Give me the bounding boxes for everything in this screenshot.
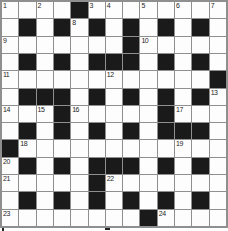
cell-r8c7[interactable] (106, 123, 122, 139)
cell-r11c11[interactable] (175, 175, 191, 191)
cell-r13c7[interactable] (106, 210, 122, 226)
clue-number-15: 15 (38, 106, 45, 114)
cell-r1c6[interactable]: 3 (89, 2, 105, 18)
cell-r12c1[interactable] (2, 192, 18, 208)
cell-r5c13-black (210, 71, 226, 87)
clue-number-13: 13 (211, 89, 218, 97)
cell-r8c9[interactable] (140, 123, 156, 139)
clue-number-12: 12 (107, 71, 114, 79)
cell-r2c6-black (89, 19, 105, 35)
cell-r10c4-black (54, 158, 70, 174)
cell-r4c3[interactable] (37, 54, 53, 70)
cell-r6c10-black (158, 89, 174, 105)
cell-r3c10[interactable] (158, 37, 174, 53)
cell-r6c1[interactable] (2, 89, 18, 105)
cell-r6c2-black (19, 89, 35, 105)
cell-r5c5[interactable] (71, 71, 87, 87)
cell-r11c6-black (89, 175, 105, 191)
cell-r2c9[interactable] (140, 19, 156, 35)
clue-number-2: 2 (38, 2, 41, 10)
cell-r5c1[interactable]: 11 (2, 71, 18, 87)
cell-r12c8-black (123, 192, 139, 208)
cell-r3c1[interactable]: 9 (2, 37, 18, 53)
cell-r4c1[interactable] (2, 54, 18, 70)
cell-r6c12-black (192, 89, 208, 105)
cell-r1c3[interactable]: 2 (37, 2, 53, 18)
cell-r9c6[interactable] (89, 140, 105, 156)
cell-r7c1[interactable]: 14 (2, 106, 18, 122)
cell-r10c8-black (123, 158, 139, 174)
clue-number-18: 18 (20, 140, 27, 148)
cell-r13c10[interactable]: 24 (158, 210, 174, 226)
cell-r1c2[interactable] (19, 2, 35, 18)
cell-r7c10-black (158, 106, 174, 122)
cell-r1c10[interactable] (158, 2, 174, 18)
cell-r12c4-black (54, 192, 70, 208)
cell-r4c5[interactable] (71, 54, 87, 70)
cell-r13c8[interactable] (123, 210, 139, 226)
cell-r7c3[interactable]: 15 (37, 106, 53, 122)
cell-r1c13[interactable]: 7 (210, 2, 226, 18)
cell-r9c2[interactable]: 18 (19, 140, 35, 156)
clue-number-16: 16 (72, 106, 79, 114)
cell-r8c12-black (192, 123, 208, 139)
clue-number-23: 23 (3, 210, 10, 218)
clue-number-20: 20 (3, 158, 10, 166)
cell-r13c5[interactable] (71, 210, 87, 226)
cell-r12c2-black (19, 192, 35, 208)
cell-r9c3[interactable] (37, 140, 53, 156)
cell-r9c1-black (2, 140, 18, 156)
cell-r11c5[interactable] (71, 175, 87, 191)
cell-r8c13[interactable] (210, 123, 226, 139)
cell-r10c3[interactable] (37, 158, 53, 174)
cell-r2c10-black (158, 19, 174, 35)
cell-r4c11[interactable] (175, 54, 191, 70)
cell-r4c13[interactable] (210, 54, 226, 70)
cell-r3c7[interactable] (106, 37, 122, 53)
cell-r3c6[interactable] (89, 37, 105, 53)
clue-number-22: 22 (107, 175, 114, 183)
cell-r3c5[interactable] (71, 37, 87, 53)
crossword-diagram: 123456789101112131415161718192021222324 (0, 0, 228, 231)
cell-r3c12[interactable] (192, 37, 208, 53)
cell-r13c13[interactable] (210, 210, 226, 226)
cell-r6c4-black (54, 89, 70, 105)
cell-r10c7-black (106, 158, 122, 174)
cell-r5c12[interactable] (192, 71, 208, 87)
cropped-text-fragment-left (2, 228, 4, 231)
cell-r1c8[interactable] (123, 2, 139, 18)
clue-number-14: 14 (3, 106, 10, 114)
cell-r13c6[interactable] (89, 210, 105, 226)
cell-r5c8[interactable] (123, 71, 139, 87)
cell-r1c12[interactable] (192, 2, 208, 18)
cell-r2c12-black (192, 19, 208, 35)
cell-r7c12[interactable] (192, 106, 208, 122)
clue-number-7: 7 (211, 2, 214, 10)
cell-r10c10-black (158, 158, 174, 174)
clue-number-17: 17 (176, 106, 183, 114)
cell-r13c1[interactable]: 23 (2, 210, 18, 226)
cell-r9c8[interactable] (123, 140, 139, 156)
cell-r11c3[interactable] (37, 175, 53, 191)
cell-r7c6[interactable] (89, 106, 105, 122)
cell-r10c6-black (89, 158, 105, 174)
crossword-grid: 123456789101112131415161718192021222324 (0, 0, 228, 228)
cell-r6c6-black (89, 89, 105, 105)
cell-r2c13[interactable] (210, 19, 226, 35)
cell-r11c2[interactable] (19, 175, 35, 191)
cell-r4c7-black (106, 54, 122, 70)
cell-r8c2-black (19, 123, 35, 139)
cell-r3c9[interactable]: 10 (140, 37, 156, 53)
cell-r6c13[interactable]: 13 (210, 89, 226, 105)
cell-r2c4-black (54, 19, 70, 35)
cell-r12c13[interactable] (210, 192, 226, 208)
cell-r6c3-black (37, 89, 53, 105)
cell-r7c7[interactable] (106, 106, 122, 122)
cell-r10c13[interactable] (210, 158, 226, 174)
clue-number-1: 1 (3, 2, 6, 10)
cell-r4c6-black (89, 54, 105, 70)
cell-r7c13[interactable] (210, 106, 226, 122)
cell-r1c7[interactable]: 4 (106, 2, 122, 18)
cell-r9c4[interactable] (54, 140, 70, 156)
cell-r9c11[interactable]: 19 (175, 140, 191, 156)
clue-number-5: 5 (141, 2, 144, 10)
clue-number-21: 21 (3, 175, 10, 183)
cell-r8c8-black (123, 123, 139, 139)
cell-r3c4[interactable] (54, 37, 70, 53)
cell-r12c11[interactable] (175, 192, 191, 208)
cell-r8c4-black (54, 123, 70, 139)
cell-r5c7[interactable]: 12 (106, 71, 122, 87)
cell-r13c2[interactable] (19, 210, 35, 226)
cell-r10c12-black (192, 158, 208, 174)
clue-number-10: 10 (141, 37, 148, 45)
cell-r9c7[interactable] (106, 140, 122, 156)
cell-r10c1[interactable]: 20 (2, 158, 18, 174)
clue-number-3: 3 (90, 2, 93, 10)
cell-r2c2-black (19, 19, 35, 35)
cell-r3c11[interactable] (175, 37, 191, 53)
cell-r9c5[interactable] (71, 140, 87, 156)
cell-r2c5[interactable]: 8 (71, 19, 87, 35)
cell-r6c11[interactable] (175, 89, 191, 105)
cell-r6c5[interactable] (71, 89, 87, 105)
cell-r7c2[interactable] (19, 106, 35, 122)
cell-r5c4[interactable] (54, 71, 70, 87)
cell-r5c11[interactable] (175, 71, 191, 87)
cell-r6c8-black (123, 89, 139, 105)
cell-r8c1[interactable] (2, 123, 18, 139)
cell-r2c7[interactable] (106, 19, 122, 35)
cell-r13c4[interactable] (54, 210, 70, 226)
cell-r1c11[interactable]: 6 (175, 2, 191, 18)
cell-r8c5[interactable] (71, 123, 87, 139)
cell-r13c9-black (140, 210, 156, 226)
cropped-text-fragment-middle (105, 228, 110, 230)
cell-r10c2-black (19, 158, 35, 174)
cell-r8c10-black (158, 123, 174, 139)
cell-r2c11[interactable] (175, 19, 191, 35)
clue-number-11: 11 (3, 71, 9, 79)
cell-r11c9[interactable] (140, 175, 156, 191)
cell-r8c11-black (175, 123, 191, 139)
cell-r5c6[interactable] (89, 71, 105, 87)
clue-number-19: 19 (176, 140, 183, 148)
cell-r12c10-black (158, 192, 174, 208)
cell-r4c2-black (19, 54, 35, 70)
cell-r10c11[interactable] (175, 158, 191, 174)
cell-r12c6-black (89, 192, 105, 208)
cell-r3c13[interactable] (210, 37, 226, 53)
clue-number-4: 4 (107, 2, 110, 10)
cell-r10c5[interactable] (71, 158, 87, 174)
clue-number-9: 9 (3, 37, 6, 45)
cell-r13c11[interactable] (175, 210, 191, 226)
clue-number-8: 8 (72, 19, 75, 27)
cell-r3c3[interactable] (37, 37, 53, 53)
cell-r11c4[interactable] (54, 175, 70, 191)
cell-r2c8-black (123, 19, 139, 35)
cell-r9c10[interactable] (158, 140, 174, 156)
cell-r4c9[interactable] (140, 54, 156, 70)
cell-r1c9[interactable]: 5 (140, 2, 156, 18)
cell-r9c13[interactable] (210, 140, 226, 156)
cell-r4c8-black (123, 54, 139, 70)
clue-number-6: 6 (176, 2, 179, 10)
cell-r10c9[interactable] (140, 158, 156, 174)
cell-r8c3[interactable] (37, 123, 53, 139)
cell-r3c8-black (123, 37, 139, 53)
cell-r12c12-black (192, 192, 208, 208)
cell-r5c10[interactable] (158, 71, 174, 87)
cell-r11c12[interactable] (192, 175, 208, 191)
cell-r4c12-black (192, 54, 208, 70)
cell-r7c5[interactable]: 16 (71, 106, 87, 122)
cell-r7c8[interactable] (123, 106, 139, 122)
cell-r4c10-black (158, 54, 174, 70)
cell-r7c11[interactable]: 17 (175, 106, 191, 122)
clue-number-24: 24 (159, 210, 166, 218)
cell-r1c5-black (71, 2, 87, 18)
cell-r3c2[interactable] (19, 37, 35, 53)
cell-r9c9[interactable] (140, 140, 156, 156)
cell-r5c3[interactable] (37, 71, 53, 87)
cell-r12c9[interactable] (140, 192, 156, 208)
cell-r2c3[interactable] (37, 19, 53, 35)
cell-r9c12[interactable] (192, 140, 208, 156)
cell-r1c1[interactable]: 1 (2, 2, 18, 18)
cell-r13c12[interactable] (192, 210, 208, 226)
cell-r6c7[interactable] (106, 89, 122, 105)
cell-r11c8[interactable] (123, 175, 139, 191)
cell-r11c7[interactable]: 22 (106, 175, 122, 191)
cell-r6c9[interactable] (140, 89, 156, 105)
cell-r4c4-black (54, 54, 70, 70)
cell-r7c4-black (54, 106, 70, 122)
cell-r12c5[interactable] (71, 192, 87, 208)
cell-r2c1[interactable] (2, 19, 18, 35)
cell-r5c2[interactable] (19, 71, 35, 87)
cell-r11c10[interactable] (158, 175, 174, 191)
cell-r8c6-black (89, 123, 105, 139)
cell-r12c3[interactable] (37, 192, 53, 208)
cell-r11c1[interactable]: 21 (2, 175, 18, 191)
cell-r13c3[interactable] (37, 210, 53, 226)
cell-r7c9[interactable] (140, 106, 156, 122)
cell-r5c9[interactable] (140, 71, 156, 87)
cell-r1c4[interactable] (54, 2, 70, 18)
cell-r12c7[interactable] (106, 192, 122, 208)
cell-r11c13[interactable] (210, 175, 226, 191)
